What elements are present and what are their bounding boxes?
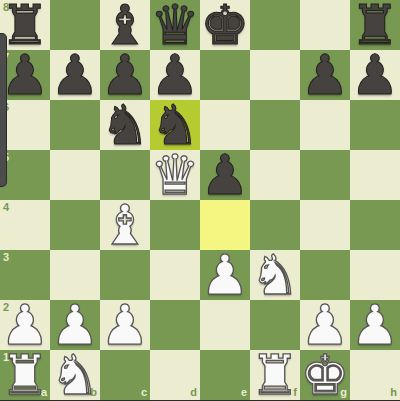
square-h1[interactable]: h — [350, 350, 400, 400]
white-knight-f3[interactable]: ♞ — [250, 248, 299, 303]
square-c6[interactable]: ♞ — [100, 100, 150, 150]
square-d4[interactable] — [150, 200, 200, 250]
square-b4[interactable] — [50, 200, 100, 250]
file-label-d: d — [190, 387, 197, 398]
square-h2[interactable]: ♟ — [350, 300, 400, 350]
square-h7[interactable]: ♟ — [350, 50, 400, 100]
square-e7[interactable] — [200, 50, 250, 100]
square-c4[interactable]: ♝ — [100, 200, 150, 250]
white-king-g1[interactable]: ♚ — [300, 348, 349, 401]
black-king-e8[interactable]: ♚ — [200, 0, 249, 53]
white-pawn-c2[interactable]: ♟ — [100, 298, 149, 353]
black-pawn-b7[interactable]: ♟ — [50, 48, 99, 103]
square-f3[interactable]: ♞ — [250, 250, 300, 300]
white-bishop-c4[interactable]: ♝ — [100, 198, 149, 253]
square-c1[interactable]: c — [100, 350, 150, 400]
black-pawn-e5[interactable]: ♟ — [200, 148, 249, 203]
square-e8[interactable]: ♚ — [200, 0, 250, 50]
square-h4[interactable] — [350, 200, 400, 250]
square-h5[interactable] — [350, 150, 400, 200]
square-g5[interactable] — [300, 150, 350, 200]
square-a7[interactable]: 7♟ — [0, 50, 50, 100]
chess-app-screen: 8♜♝♛♚♜7♟♟♟♟♟♟6♞♞5♛♟4♝3♟♞2♟♟♟♟♟1a♜b♞cdef♜… — [0, 0, 400, 401]
square-b6[interactable] — [50, 100, 100, 150]
rank-label-3: 3 — [3, 252, 9, 263]
square-a4[interactable]: 4 — [0, 200, 50, 250]
square-g6[interactable] — [300, 100, 350, 150]
white-queen-d5[interactable]: ♛ — [150, 148, 199, 203]
square-f6[interactable] — [250, 100, 300, 150]
square-f8[interactable] — [250, 0, 300, 50]
square-e3[interactable]: ♟ — [200, 250, 250, 300]
square-a5[interactable]: 5 — [0, 150, 50, 200]
square-b1[interactable]: b♞ — [50, 350, 100, 400]
white-pawn-h2[interactable]: ♟ — [350, 298, 399, 353]
chess-board: 8♜♝♛♚♜7♟♟♟♟♟♟6♞♞5♛♟4♝3♟♞2♟♟♟♟♟1a♜b♞cdef♜… — [0, 0, 400, 400]
white-pawn-e3[interactable]: ♟ — [200, 248, 249, 303]
square-b5[interactable] — [50, 150, 100, 200]
square-f1[interactable]: f♜ — [250, 350, 300, 400]
square-e2[interactable] — [200, 300, 250, 350]
black-knight-c6[interactable]: ♞ — [100, 98, 149, 153]
square-g7[interactable]: ♟ — [300, 50, 350, 100]
white-rook-a1[interactable]: ♜ — [0, 348, 49, 401]
black-pawn-h7[interactable]: ♟ — [350, 48, 399, 103]
square-d1[interactable]: d — [150, 350, 200, 400]
file-label-e: e — [241, 387, 247, 398]
square-f5[interactable] — [250, 150, 300, 200]
square-g1[interactable]: g♚ — [300, 350, 350, 400]
black-pawn-a7[interactable]: ♟ — [0, 48, 49, 103]
file-label-h: h — [390, 387, 397, 398]
square-e5[interactable]: ♟ — [200, 150, 250, 200]
file-label-c: c — [141, 387, 147, 398]
rank-label-4: 4 — [3, 202, 9, 213]
drawer-handle[interactable] — [0, 33, 7, 187]
square-a1[interactable]: 1a♜ — [0, 350, 50, 400]
square-d2[interactable] — [150, 300, 200, 350]
white-rook-f1[interactable]: ♜ — [250, 348, 299, 401]
square-a6[interactable]: 6 — [0, 100, 50, 150]
square-g4[interactable] — [300, 200, 350, 250]
square-d5[interactable]: ♛ — [150, 150, 200, 200]
square-b7[interactable]: ♟ — [50, 50, 100, 100]
square-f7[interactable] — [250, 50, 300, 100]
square-h6[interactable] — [350, 100, 400, 150]
white-knight-b1[interactable]: ♞ — [50, 348, 99, 401]
square-c2[interactable]: ♟ — [100, 300, 150, 350]
black-pawn-g7[interactable]: ♟ — [300, 48, 349, 103]
square-e1[interactable]: e — [200, 350, 250, 400]
square-d3[interactable] — [150, 250, 200, 300]
